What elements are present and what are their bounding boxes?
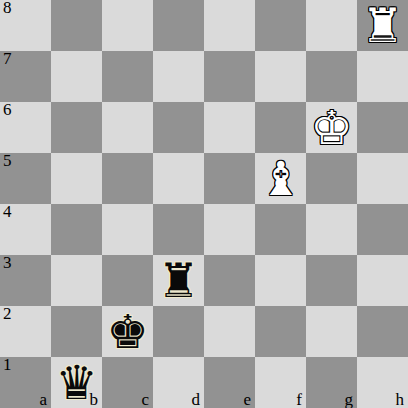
square-c8[interactable] — [102, 0, 153, 51]
rank-label-5: 5 — [3, 152, 12, 169]
square-f2[interactable] — [255, 306, 306, 357]
square-a6[interactable]: 6 — [0, 102, 51, 153]
square-h8[interactable]: ♜ — [357, 0, 408, 51]
file-label-b: b — [90, 391, 99, 408]
piece-black-rook-d3[interactable]: ♜ — [157, 255, 199, 306]
square-g1[interactable]: g — [306, 357, 357, 408]
square-g8[interactable] — [306, 0, 357, 51]
square-h5[interactable] — [357, 153, 408, 204]
square-b7[interactable] — [51, 51, 102, 102]
square-e3[interactable] — [204, 255, 255, 306]
rank-label-2: 2 — [3, 305, 12, 322]
square-a8[interactable]: 8 — [0, 0, 51, 51]
rank-label-1: 1 — [3, 356, 12, 373]
square-b1[interactable]: b♛ — [51, 357, 102, 408]
square-h2[interactable] — [357, 306, 408, 357]
square-c3[interactable] — [102, 255, 153, 306]
square-b5[interactable] — [51, 153, 102, 204]
square-b3[interactable] — [51, 255, 102, 306]
square-a7[interactable]: 7 — [0, 51, 51, 102]
square-a5[interactable]: 5 — [0, 153, 51, 204]
square-d8[interactable] — [153, 0, 204, 51]
file-label-f: f — [296, 391, 302, 408]
square-e1[interactable]: e — [204, 357, 255, 408]
square-h7[interactable] — [357, 51, 408, 102]
rank-label-4: 4 — [3, 203, 12, 220]
square-f8[interactable] — [255, 0, 306, 51]
square-d5[interactable] — [153, 153, 204, 204]
square-a4[interactable]: 4 — [0, 204, 51, 255]
square-f6[interactable] — [255, 102, 306, 153]
square-h4[interactable] — [357, 204, 408, 255]
square-d4[interactable] — [153, 204, 204, 255]
square-g3[interactable] — [306, 255, 357, 306]
square-e2[interactable] — [204, 306, 255, 357]
square-c7[interactable] — [102, 51, 153, 102]
square-a2[interactable]: 2 — [0, 306, 51, 357]
square-a3[interactable]: 3 — [0, 255, 51, 306]
square-e4[interactable] — [204, 204, 255, 255]
square-c5[interactable] — [102, 153, 153, 204]
square-g7[interactable] — [306, 51, 357, 102]
square-b6[interactable] — [51, 102, 102, 153]
square-d6[interactable] — [153, 102, 204, 153]
square-e8[interactable] — [204, 0, 255, 51]
square-c2[interactable]: ♚ — [102, 306, 153, 357]
square-e6[interactable] — [204, 102, 255, 153]
square-e7[interactable] — [204, 51, 255, 102]
piece-white-bishop-f5[interactable]: ♝ — [259, 153, 301, 204]
square-f1[interactable]: f — [255, 357, 306, 408]
chess-board: 8♜76♚5♝43♜2♚1ab♛cdefgh — [0, 0, 408, 408]
square-c1[interactable]: c — [102, 357, 153, 408]
piece-white-rook-h8[interactable]: ♜ — [361, 0, 403, 51]
rank-label-7: 7 — [3, 50, 12, 67]
file-label-e: e — [243, 391, 251, 408]
square-g4[interactable] — [306, 204, 357, 255]
file-label-a: a — [39, 391, 47, 408]
square-d2[interactable] — [153, 306, 204, 357]
square-g6[interactable]: ♚ — [306, 102, 357, 153]
square-f3[interactable] — [255, 255, 306, 306]
square-f5[interactable]: ♝ — [255, 153, 306, 204]
file-label-d: d — [192, 391, 201, 408]
square-b8[interactable] — [51, 0, 102, 51]
piece-black-king-c2[interactable]: ♚ — [106, 306, 148, 357]
file-label-g: g — [345, 391, 354, 408]
square-c6[interactable] — [102, 102, 153, 153]
piece-white-king-g6[interactable]: ♚ — [310, 102, 352, 153]
square-h6[interactable] — [357, 102, 408, 153]
square-b2[interactable] — [51, 306, 102, 357]
square-d3[interactable]: ♜ — [153, 255, 204, 306]
rank-label-3: 3 — [3, 254, 12, 271]
square-c4[interactable] — [102, 204, 153, 255]
square-a1[interactable]: 1a — [0, 357, 51, 408]
square-b4[interactable] — [51, 204, 102, 255]
square-g5[interactable] — [306, 153, 357, 204]
square-d7[interactable] — [153, 51, 204, 102]
square-f4[interactable] — [255, 204, 306, 255]
file-label-h: h — [396, 391, 405, 408]
square-d1[interactable]: d — [153, 357, 204, 408]
square-e5[interactable] — [204, 153, 255, 204]
file-label-c: c — [141, 391, 149, 408]
square-g2[interactable] — [306, 306, 357, 357]
rank-label-8: 8 — [3, 0, 12, 16]
square-f7[interactable] — [255, 51, 306, 102]
rank-label-6: 6 — [3, 101, 12, 118]
square-h1[interactable]: h — [357, 357, 408, 408]
square-h3[interactable] — [357, 255, 408, 306]
